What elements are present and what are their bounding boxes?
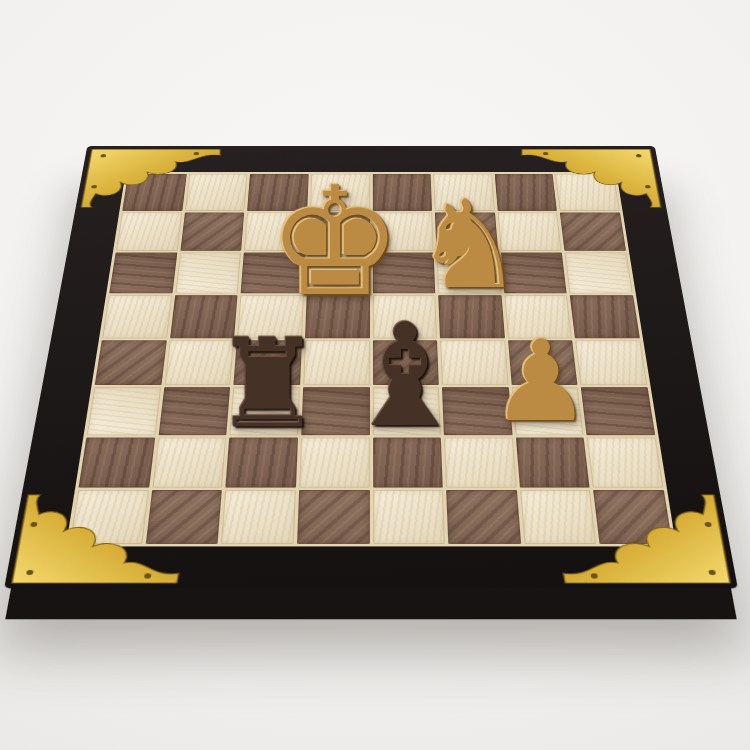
square-a6[interactable]	[109, 253, 177, 294]
square-b6[interactable]	[175, 253, 241, 294]
piece-black-rook-c3[interactable]: ♜	[213, 323, 322, 445]
square-h3[interactable]	[581, 387, 655, 435]
square-h2[interactable]	[587, 437, 663, 488]
square-b7[interactable]	[180, 212, 244, 251]
gold-corner-ornament-icon	[552, 493, 733, 585]
gold-corner-ornament-icon	[9, 493, 190, 585]
photo-background: ♚♞♜♝♟	[0, 0, 750, 750]
square-a7[interactable]	[116, 212, 182, 251]
square-h7[interactable]	[560, 212, 626, 251]
square-h6[interactable]	[565, 253, 633, 294]
square-f1[interactable]	[446, 490, 521, 544]
gold-corner-ornament-icon	[518, 148, 662, 208]
piece-black-bishop-e3[interactable]: ♝	[341, 305, 468, 447]
square-a3[interactable]	[87, 387, 161, 435]
piece-white-knight-f6[interactable]: ♞	[414, 184, 523, 306]
square-a4[interactable]	[95, 340, 167, 385]
square-d1[interactable]	[297, 490, 369, 544]
gold-corner-ornament-icon	[79, 148, 223, 208]
square-a2[interactable]	[78, 437, 154, 488]
square-c1[interactable]	[221, 490, 296, 544]
piece-white-pawn-g3[interactable]: ♟	[491, 325, 591, 437]
square-e1[interactable]	[373, 490, 445, 544]
square-a5[interactable]	[102, 295, 172, 338]
